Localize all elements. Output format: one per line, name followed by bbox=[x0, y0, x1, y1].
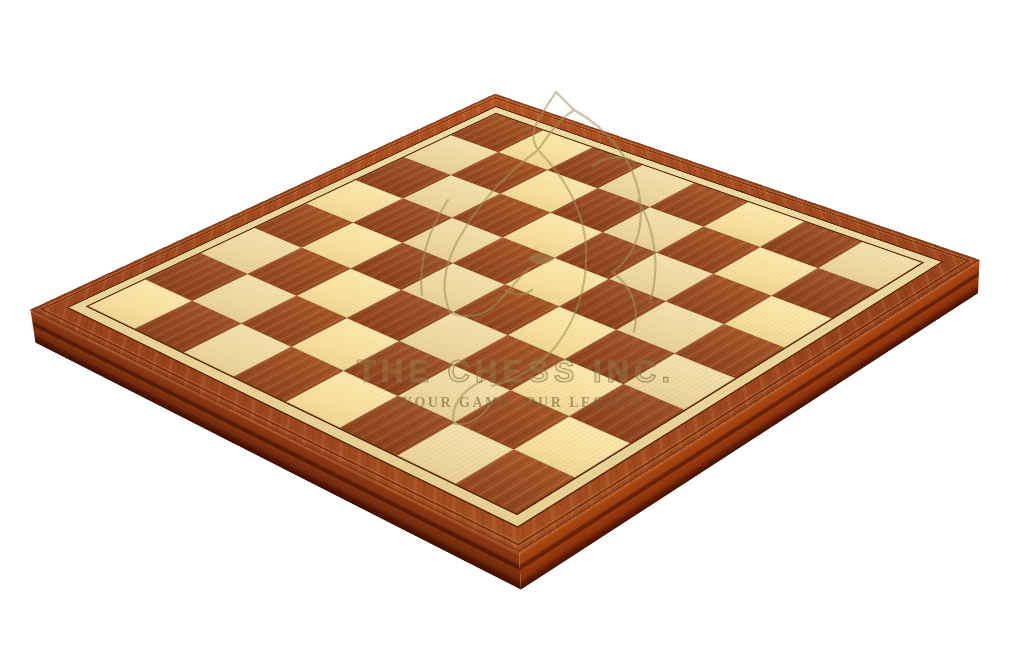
chess-board bbox=[30, 94, 979, 552]
board-field bbox=[85, 113, 924, 516]
board-photo: THE CHESS INC. YOUR GAME. OUR LEGACY bbox=[0, 0, 1009, 668]
board-perspective-wrapper bbox=[151, 0, 857, 638]
